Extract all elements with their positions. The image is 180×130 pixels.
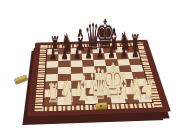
black-pawn: ♟ [49, 47, 55, 62]
white-rook: ♜ [47, 81, 55, 107]
square-h5 [130, 65, 144, 72]
black-pawn: ♟ [131, 44, 137, 59]
black-pawn: ♟ [85, 46, 91, 61]
square-a1: ♜ [44, 97, 58, 106]
chess-set-photo: ♜♞♝♛♚♝♞♜♟♟♟♟♟♟♟♟♟♟♟♟♟♟♟♟♜♞♝♛♚♝♞♜ [0, 0, 180, 130]
black-pawn: ♟ [61, 46, 67, 61]
board-grid: ♜♞♝♛♚♝♞♜♟♟♟♟♟♟♟♟♟♟♟♟♟♟♟♟♜♞♝♛♚♝♞♜ [44, 46, 152, 105]
square-b1: ♞ [58, 96, 72, 105]
perspective-scene: ♜♞♝♛♚♝♞♜♟♟♟♟♟♟♟♟♟♟♟♟♟♟♟♟♜♞♝♛♚♝♞♜ [0, 0, 180, 130]
white-knight: ♞ [61, 76, 69, 106]
square-a5 [46, 67, 58, 74]
white-bishop: ♝ [74, 71, 82, 106]
black-pawn: ♟ [73, 46, 79, 61]
